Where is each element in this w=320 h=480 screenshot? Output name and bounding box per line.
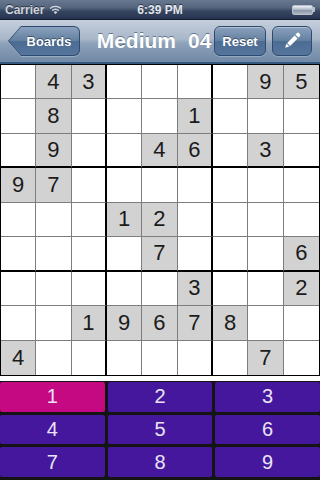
sudoku-cell-r7c6[interactable]: 3 [178, 272, 213, 306]
sudoku-cell-r6c5[interactable]: 7 [142, 237, 177, 271]
sudoku-cell-r8c3[interactable]: 1 [72, 306, 107, 340]
sudoku-cell-r6c3[interactable] [72, 237, 107, 271]
numpad-button-8[interactable]: 8 [108, 447, 213, 477]
sudoku-cell-r4c6[interactable] [178, 168, 213, 202]
sudoku-cell-r4c2[interactable]: 7 [36, 168, 71, 202]
sudoku-cell-r5c5[interactable]: 2 [142, 203, 177, 237]
sudoku-cell-r1c1[interactable] [1, 65, 36, 99]
edit-pencil-button[interactable] [272, 26, 312, 56]
sudoku-cell-r8c1[interactable] [1, 306, 36, 340]
sudoku-cell-r7c3[interactable] [72, 272, 107, 306]
sudoku-cell-r6c2[interactable] [36, 237, 71, 271]
sudoku-cell-r6c4[interactable] [107, 237, 142, 271]
sudoku-cell-r2c4[interactable] [107, 99, 142, 133]
sudoku-cell-r2c5[interactable] [142, 99, 177, 133]
numpad-button-4[interactable]: 4 [0, 415, 105, 445]
sudoku-cell-r8c2[interactable] [36, 306, 71, 340]
sudoku-cell-r9c9[interactable] [284, 341, 319, 375]
sudoku-cell-r3c8[interactable]: 3 [248, 134, 283, 168]
numpad-button-6[interactable]: 6 [215, 415, 320, 445]
sudoku-cell-r5c7[interactable] [213, 203, 248, 237]
sudoku-board: 4395819463971276321967847 [0, 64, 320, 376]
sudoku-cell-r6c1[interactable] [1, 237, 36, 271]
sudoku-cell-r7c4[interactable] [107, 272, 142, 306]
numpad: 123456789 [0, 381, 320, 480]
sudoku-cell-r2c3[interactable] [72, 99, 107, 133]
sudoku-cell-r2c1[interactable] [1, 99, 36, 133]
status-time: 6:39 PM [0, 3, 320, 17]
sudoku-cell-r8c9[interactable] [284, 306, 319, 340]
sudoku-cell-r3c6[interactable]: 6 [178, 134, 213, 168]
sudoku-cell-r2c2[interactable]: 8 [36, 99, 71, 133]
sudoku-cell-r7c7[interactable] [213, 272, 248, 306]
reset-button-label: Reset [222, 34, 257, 49]
sudoku-cell-r9c7[interactable] [213, 341, 248, 375]
sudoku-cell-r1c5[interactable] [142, 65, 177, 99]
sudoku-cell-r1c6[interactable] [178, 65, 213, 99]
numpad-button-3[interactable]: 3 [215, 382, 320, 412]
difficulty-label: Medium [97, 29, 176, 53]
sudoku-cell-r9c2[interactable] [36, 341, 71, 375]
sudoku-cell-r1c9[interactable]: 5 [284, 65, 319, 99]
sudoku-cell-r5c8[interactable] [248, 203, 283, 237]
sudoku-cell-r4c7[interactable] [213, 168, 248, 202]
sudoku-cell-r6c7[interactable] [213, 237, 248, 271]
sudoku-cell-r1c4[interactable] [107, 65, 142, 99]
app-screen: 6:39 PM Carrier Boards Med [0, 0, 320, 480]
sudoku-cell-r4c1[interactable]: 9 [1, 168, 36, 202]
numpad-button-7[interactable]: 7 [0, 447, 105, 477]
sudoku-cell-r3c2[interactable]: 9 [36, 134, 71, 168]
sudoku-cell-r7c5[interactable] [142, 272, 177, 306]
sudoku-cell-r7c8[interactable] [248, 272, 283, 306]
sudoku-cell-r5c1[interactable] [1, 203, 36, 237]
nav-bar: Boards Medium 04 Reset [0, 20, 320, 64]
boards-back-button[interactable]: Boards [8, 26, 80, 56]
numpad-button-2[interactable]: 2 [108, 382, 213, 412]
sudoku-cell-r7c2[interactable] [36, 272, 71, 306]
sudoku-cell-r2c6[interactable]: 1 [178, 99, 213, 133]
sudoku-cell-r3c1[interactable] [1, 134, 36, 168]
sudoku-cell-r8c7[interactable]: 8 [213, 306, 248, 340]
sudoku-cell-r3c7[interactable] [213, 134, 248, 168]
sudoku-cell-r9c1[interactable]: 4 [1, 341, 36, 375]
sudoku-cell-r3c4[interactable] [107, 134, 142, 168]
sudoku-cell-r4c9[interactable] [284, 168, 319, 202]
sudoku-cell-r7c9[interactable]: 2 [284, 272, 319, 306]
numpad-button-1[interactable]: 1 [0, 382, 105, 412]
sudoku-cell-r5c4[interactable]: 1 [107, 203, 142, 237]
board-number: 04 [188, 29, 211, 53]
sudoku-cell-r5c2[interactable] [36, 203, 71, 237]
sudoku-cell-r1c3[interactable]: 3 [72, 65, 107, 99]
pencil-icon [283, 32, 301, 50]
sudoku-cell-r9c3[interactable] [72, 341, 107, 375]
sudoku-cell-r1c7[interactable] [213, 65, 248, 99]
status-bar: 6:39 PM Carrier [0, 0, 320, 20]
sudoku-cell-r1c8[interactable]: 9 [248, 65, 283, 99]
sudoku-cell-r8c8[interactable] [248, 306, 283, 340]
sudoku-cell-r4c4[interactable] [107, 168, 142, 202]
sudoku-cell-r4c5[interactable] [142, 168, 177, 202]
sudoku-cell-r5c6[interactable] [178, 203, 213, 237]
sudoku-cell-r2c7[interactable] [213, 99, 248, 133]
sudoku-cell-r9c6[interactable] [178, 341, 213, 375]
sudoku-cell-r6c8[interactable] [248, 237, 283, 271]
sudoku-cell-r9c4[interactable] [107, 341, 142, 375]
sudoku-cell-r4c8[interactable] [248, 168, 283, 202]
sudoku-cell-r2c8[interactable] [248, 99, 283, 133]
reset-button[interactable]: Reset [214, 26, 266, 56]
back-button-label: Boards [27, 34, 72, 49]
sudoku-cell-r5c3[interactable] [72, 203, 107, 237]
sudoku-cell-r8c5[interactable]: 6 [142, 306, 177, 340]
sudoku-cell-r8c6[interactable]: 7 [178, 306, 213, 340]
sudoku-cell-r2c9[interactable] [284, 99, 319, 133]
sudoku-cell-r6c6[interactable] [178, 237, 213, 271]
sudoku-cell-r6c9[interactable]: 6 [284, 237, 319, 271]
sudoku-cell-r3c9[interactable] [284, 134, 319, 168]
sudoku-cell-r3c3[interactable] [72, 134, 107, 168]
sudoku-cell-r9c5[interactable] [142, 341, 177, 375]
sudoku-cell-r1c2[interactable]: 4 [36, 65, 71, 99]
sudoku-cell-r4c3[interactable] [72, 168, 107, 202]
numpad-button-5[interactable]: 5 [108, 415, 213, 445]
numpad-button-9[interactable]: 9 [215, 447, 320, 477]
sudoku-cell-r7c1[interactable] [1, 272, 36, 306]
sudoku-cell-r5c9[interactable] [284, 203, 319, 237]
sudoku-cell-r3c5[interactable]: 4 [142, 134, 177, 168]
sudoku-cell-r8c4[interactable]: 9 [107, 306, 142, 340]
sudoku-cell-r9c8[interactable]: 7 [248, 341, 283, 375]
page-title: Medium 04 [97, 20, 212, 62]
